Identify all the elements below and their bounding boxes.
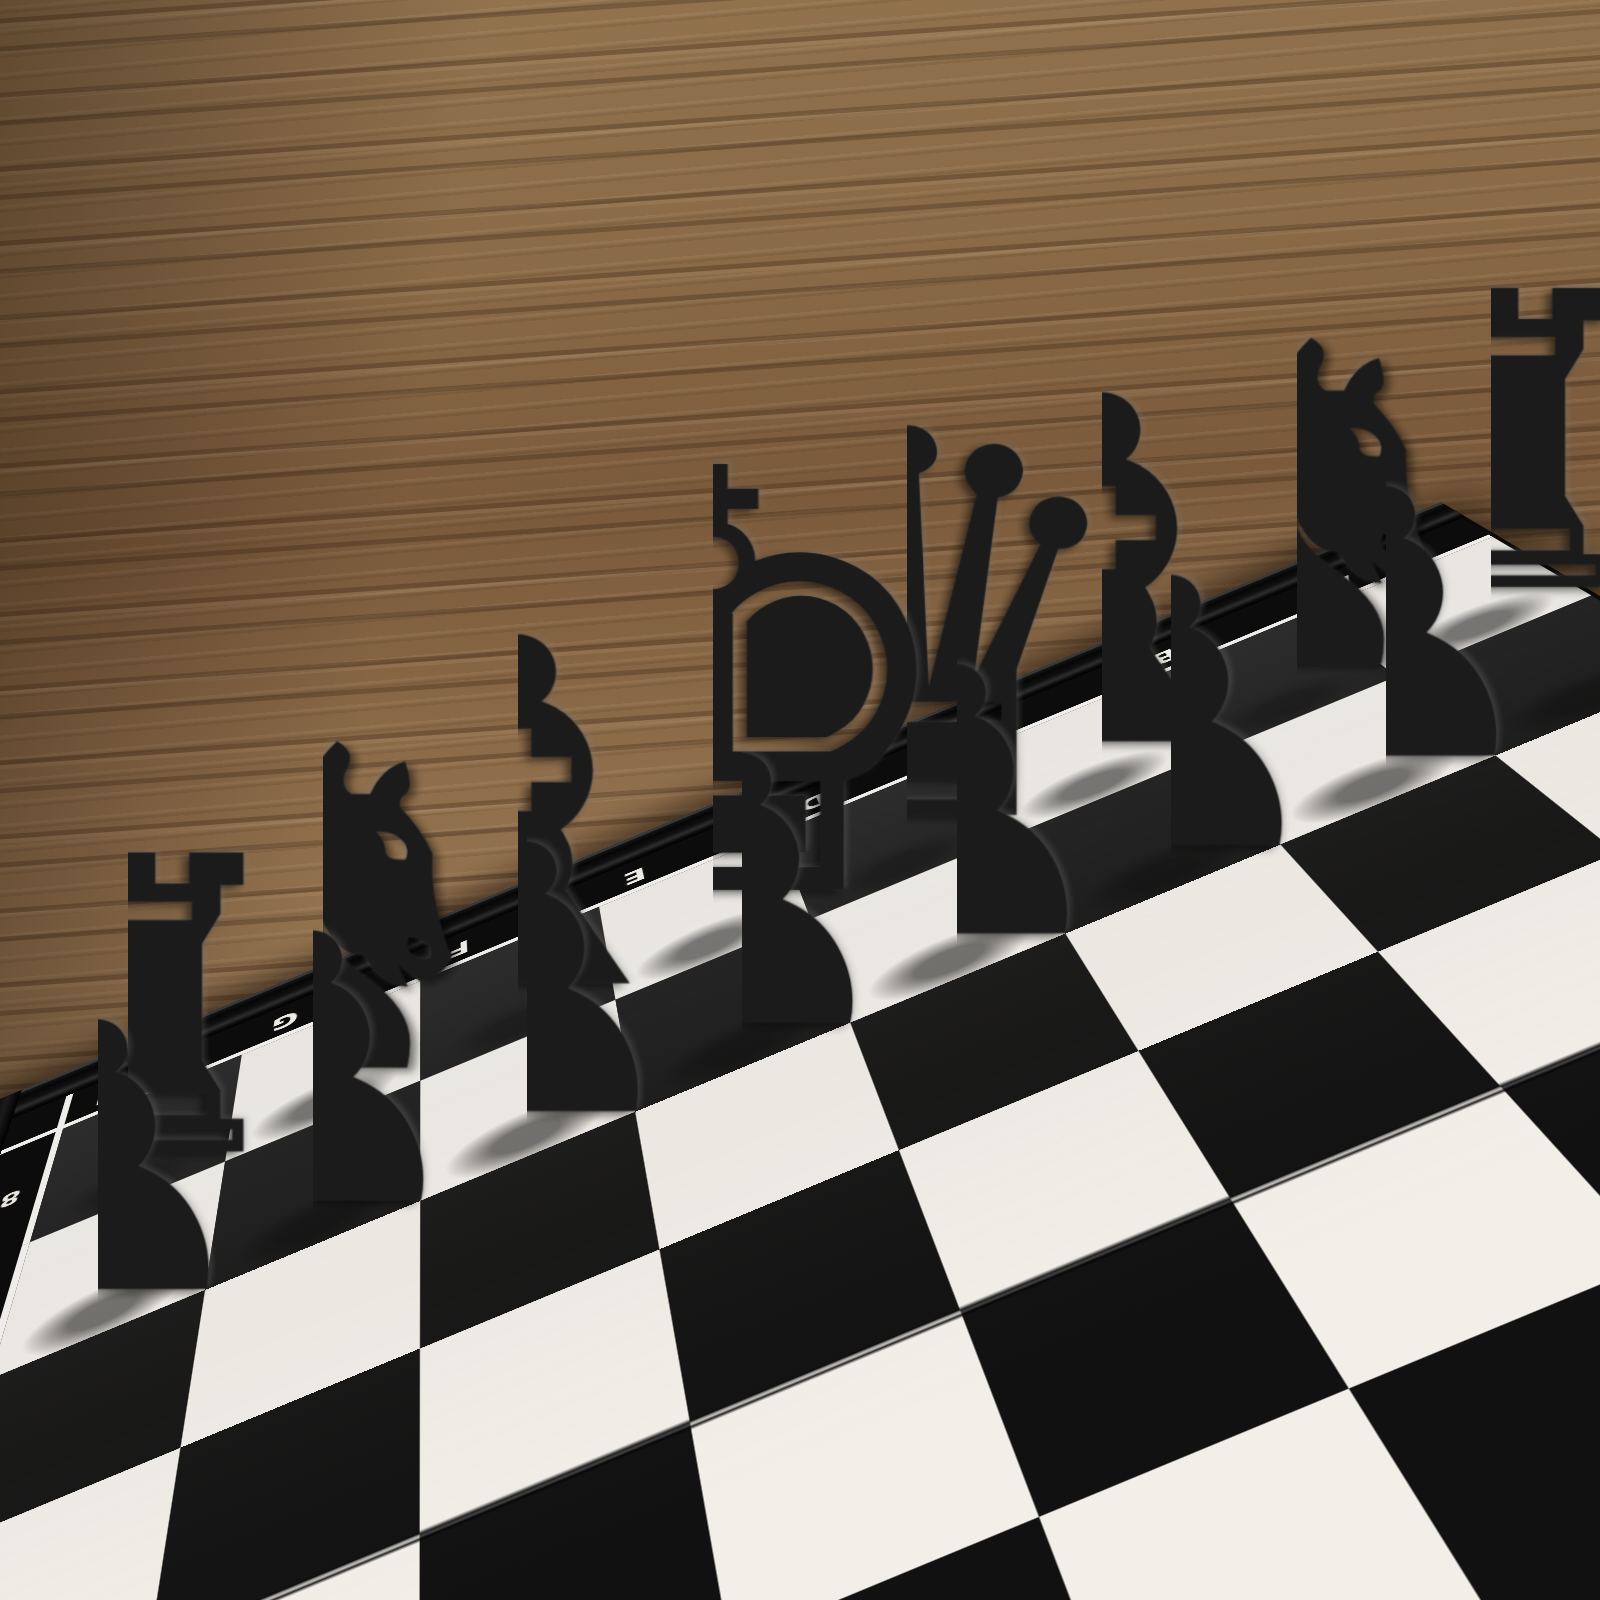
photo-stage: HGFEDCBA8♜♞♝♚♛♝♞♜7♟♟♟♟♟♟♟♟654321 [0,0,1600,1600]
board-scene: HGFEDCBA8♜♞♝♚♛♝♞♜7♟♟♟♟♟♟♟♟654321 [0,0,1600,1600]
chess-board-playing-area: HGFEDCBA8♜♞♝♚♛♝♞♜7♟♟♟♟♟♟♟♟654321 [0,518,1600,1600]
chess-board-grid: HGFEDCBA8♜♞♝♚♛♝♞♜7♟♟♟♟♟♟♟♟654321 [0,518,1600,1600]
chess-board: HGFEDCBA8♜♞♝♚♛♝♞♜7♟♟♟♟♟♟♟♟654321 [0,502,1600,1600]
square-c3[interactable] [1349,1260,1600,1600]
black-pawn-glyph: ♟ [1435,370,1600,709]
square-d3[interactable] [1039,1389,1508,1600]
